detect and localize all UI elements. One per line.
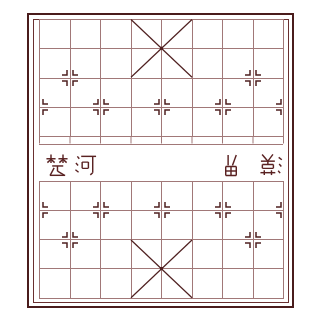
board-cell[interactable]	[70, 268, 101, 297]
river-text-left-char-chu	[45, 153, 69, 177]
point-marker-full	[60, 230, 80, 250]
point-marker-full	[213, 200, 233, 220]
board-cell[interactable]	[253, 268, 284, 297]
board-cell[interactable]	[131, 239, 162, 268]
point-marker-full	[91, 97, 111, 117]
board-cell[interactable]	[192, 239, 223, 268]
board-cell[interactable]	[39, 268, 70, 297]
point-marker-full	[91, 200, 111, 220]
board-cell[interactable]	[100, 268, 131, 297]
river-text-right-char-jie-rotated	[219, 153, 243, 177]
board-cell[interactable]	[192, 19, 223, 48]
point-marker-half_right	[30, 97, 50, 117]
river-band	[39, 144, 283, 181]
board-cell[interactable]	[253, 19, 284, 48]
board-cell[interactable]	[100, 48, 131, 77]
board-cell[interactable]	[39, 19, 70, 48]
board-cell[interactable]	[222, 19, 253, 48]
point-marker-full	[243, 230, 263, 250]
point-marker-half_left	[274, 97, 294, 117]
point-marker-full	[213, 97, 233, 117]
board-cell[interactable]	[131, 48, 162, 77]
point-marker-full	[152, 97, 172, 117]
board-cell[interactable]	[70, 19, 101, 48]
board-cell[interactable]	[100, 19, 131, 48]
board-cell[interactable]	[161, 19, 192, 48]
board-cell[interactable]	[222, 268, 253, 297]
river-text-left-char-he	[74, 153, 98, 177]
board-cell[interactable]	[100, 239, 131, 268]
board-cell[interactable]	[161, 268, 192, 297]
point-marker-full	[243, 68, 263, 88]
point-marker-full	[152, 200, 172, 220]
board-cell[interactable]	[192, 48, 223, 77]
board-cell[interactable]	[192, 268, 223, 297]
point-marker-half_left	[274, 200, 294, 220]
point-marker-full	[60, 68, 80, 88]
point-marker-half_right	[30, 200, 50, 220]
board-cell[interactable]	[131, 19, 162, 48]
river-text-right-char-han-rotated	[259, 153, 283, 177]
board-cell[interactable]	[161, 48, 192, 77]
board-cell[interactable]	[161, 239, 192, 268]
board-cell[interactable]	[131, 268, 162, 297]
page-background	[0, 0, 324, 324]
